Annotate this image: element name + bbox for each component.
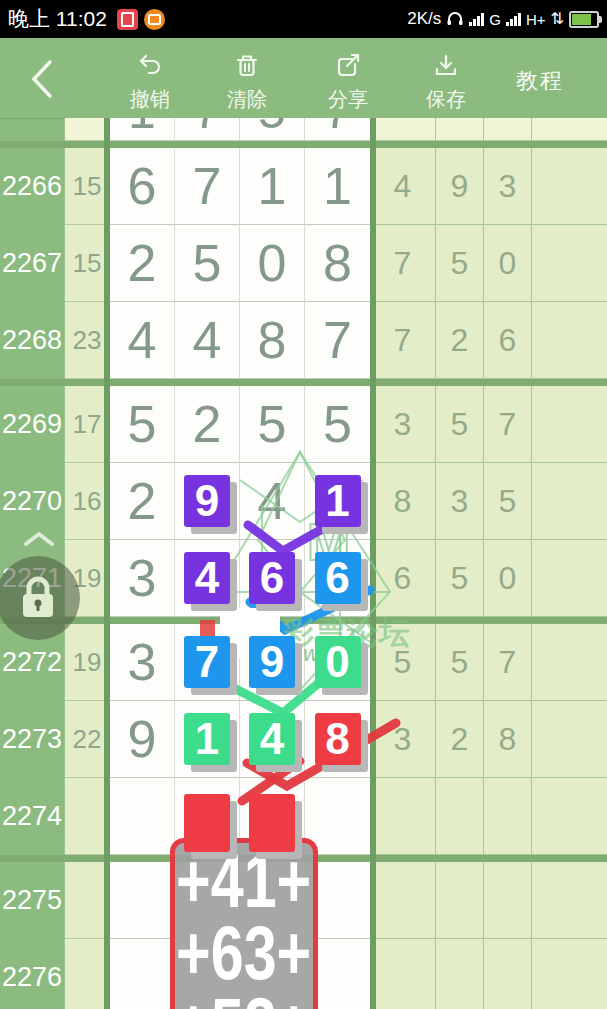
- marked-digit-square: 6: [315, 552, 361, 604]
- aux-digit-cell[interactable]: [370, 862, 436, 939]
- digit-block-left-border: [104, 118, 110, 1009]
- trash-icon: [209, 50, 285, 82]
- aux-digit-cell[interactable]: 8: [484, 701, 532, 778]
- share-label: 分享: [310, 86, 386, 113]
- digit-cell[interactable]: 1: [240, 148, 305, 225]
- lock-icon: [0, 556, 80, 640]
- aux-digit-cell-partial: [532, 540, 607, 617]
- digit-cell[interactable]: 4: [110, 302, 175, 379]
- lock-button[interactable]: [0, 556, 80, 640]
- row-label: 2274: [0, 778, 65, 855]
- aux-digit-cell-partial: [532, 302, 607, 379]
- digit-cell[interactable]: 2: [110, 463, 175, 540]
- digit-cell[interactable]: 4: [240, 701, 305, 778]
- digit-cell[interactable]: 4: [175, 302, 240, 379]
- aux-digit-cell[interactable]: 5: [370, 624, 436, 701]
- aux-digit-cell[interactable]: [436, 939, 484, 1009]
- aux-digit-cell[interactable]: 7: [484, 624, 532, 701]
- marked-digit-square: 0: [315, 636, 361, 688]
- marked-digit-square: 9: [249, 636, 295, 688]
- aux-digit-cell[interactable]: [370, 778, 436, 855]
- aux-digit-cell[interactable]: [484, 118, 532, 141]
- aux-digit-cell[interactable]: [484, 939, 532, 1009]
- notification-app-icon-red: [117, 9, 138, 30]
- prediction-note-box: +41+ +63+ +52+: [170, 838, 318, 1009]
- aux-digit-cell[interactable]: 5: [436, 624, 484, 701]
- row-label: 2267: [0, 225, 65, 302]
- marked-digit-square: 4: [249, 713, 295, 765]
- marked-digit-square: 1: [184, 713, 230, 765]
- aux-digit-cell[interactable]: [436, 118, 484, 141]
- status-bar: 晚上 11:02 2K/s G H+ ⇅: [0, 0, 607, 38]
- marked-digit-square: 8: [315, 713, 361, 765]
- aux-digit-cell[interactable]: 9: [436, 148, 484, 225]
- battery-icon: [569, 11, 599, 28]
- aux-digit-cell[interactable]: [484, 778, 532, 855]
- aux-digit-cell[interactable]: 7: [370, 225, 436, 302]
- aux-digit-cell[interactable]: [484, 862, 532, 939]
- aux-digit-cell-partial: [532, 463, 607, 540]
- clock: 晚上 11:02: [8, 5, 107, 33]
- digit-cell[interactable]: 1: [305, 148, 370, 225]
- undo-icon: [112, 50, 188, 82]
- digit-cell[interactable]: 7: [305, 118, 370, 141]
- digit-cell[interactable]: 2: [175, 386, 240, 463]
- signal-bars2-icon: [506, 13, 521, 26]
- network-type-g: G: [489, 11, 501, 28]
- marked-digit-square: 6: [249, 552, 295, 604]
- undo-button[interactable]: 撤销: [112, 50, 188, 113]
- aux-digit-cell[interactable]: 8: [370, 463, 436, 540]
- app-screen: 晚上 11:02 2K/s G H+ ⇅: [0, 0, 607, 1009]
- aux-digit-cell-partial: [532, 624, 607, 701]
- aux-digit-cell-partial: [532, 118, 607, 141]
- digit-cell[interactable]: 6: [305, 540, 370, 617]
- aux-digit-cell[interactable]: 2: [436, 302, 484, 379]
- aux-digit-cell[interactable]: 3: [484, 148, 532, 225]
- digit-cell[interactable]: 7: [175, 118, 240, 141]
- notification-app-icon-orange: [144, 9, 165, 30]
- aux-digit-cell[interactable]: 3: [370, 701, 436, 778]
- aux-digit-cell[interactable]: 5: [436, 540, 484, 617]
- group-separator: [0, 379, 607, 386]
- digit-cell[interactable]: 0: [305, 624, 370, 701]
- digit-cell[interactable]: 0: [240, 225, 305, 302]
- aux-digit-cell-partial: [532, 778, 607, 855]
- group-separator: [0, 141, 607, 148]
- digit-cell[interactable]: [110, 939, 175, 1009]
- digit-cell[interactable]: 5: [240, 118, 305, 141]
- digit-cell[interactable]: 8: [305, 225, 370, 302]
- marked-digit-square: 1: [315, 475, 361, 527]
- network-speed: 2K/s: [407, 9, 441, 29]
- marked-digit-square: 9: [184, 475, 230, 527]
- aux-digit-cell[interactable]: 0: [484, 540, 532, 617]
- toolbar: 撤销 清除 分享: [0, 38, 607, 119]
- aux-digit-cell[interactable]: 7: [370, 302, 436, 379]
- collapse-chevron-icon[interactable]: [20, 528, 58, 550]
- share-button[interactable]: 分享: [310, 50, 386, 113]
- aux-digit-cell[interactable]: [436, 862, 484, 939]
- share-icon: [310, 50, 386, 82]
- digit-cell[interactable]: 6: [110, 148, 175, 225]
- aux-digit-cell[interactable]: 6: [370, 540, 436, 617]
- aux-digit-cell-partial: [532, 939, 607, 1009]
- save-label: 保存: [408, 86, 484, 113]
- aux-digit-cell[interactable]: 6: [484, 302, 532, 379]
- aux-digit-cell[interactable]: [436, 778, 484, 855]
- digit-cell[interactable]: 7: [175, 148, 240, 225]
- marked-empty-square: [249, 794, 295, 852]
- aux-digit-cell-partial: [532, 701, 607, 778]
- marked-digit-square: 4: [184, 552, 230, 604]
- row-label: 2275: [0, 862, 65, 939]
- aux-digit-cell[interactable]: 7: [484, 386, 532, 463]
- headset-icon: [446, 11, 464, 27]
- data-arrows-icon: ⇅: [551, 11, 564, 27]
- aux-digit-cell[interactable]: 4: [370, 148, 436, 225]
- digit-cell[interactable]: 2: [110, 225, 175, 302]
- digit-cell[interactable]: [110, 778, 175, 855]
- digit-cell[interactable]: 5: [240, 386, 305, 463]
- aux-digit-cell[interactable]: 0: [484, 225, 532, 302]
- save-button[interactable]: 保存: [408, 50, 484, 113]
- aux-digit-cell-partial: [532, 386, 607, 463]
- aux-digit-cell-partial: [532, 148, 607, 225]
- digit-cell[interactable]: 9: [175, 463, 240, 540]
- table-row: 1757: [0, 118, 607, 141]
- download-icon: [408, 50, 484, 82]
- table-row: 2267152508750: [0, 225, 607, 302]
- marked-empty-square: [184, 794, 230, 852]
- digit-cell[interactable]: 5: [110, 386, 175, 463]
- digit-cell[interactable]: 5: [305, 386, 370, 463]
- tutorial-button[interactable]: 教程: [516, 66, 586, 96]
- row-label: 2268: [0, 302, 65, 379]
- note-line-2: +63+: [176, 917, 311, 989]
- aux-digit-cell[interactable]: 5: [484, 463, 532, 540]
- network-type-hplus: H+: [526, 11, 546, 28]
- table-row: 2270162941835: [0, 463, 607, 540]
- digit-cell[interactable]: [110, 862, 175, 939]
- digit-cell[interactable]: 8: [240, 302, 305, 379]
- marked-digit-square: 7: [184, 636, 230, 688]
- note-line-3: +52+: [176, 989, 311, 1009]
- digit-cell[interactable]: 1: [110, 118, 175, 141]
- aux-digit-cell[interactable]: [370, 939, 436, 1009]
- aux-digit-cell[interactable]: [370, 118, 436, 141]
- clear-label: 清除: [209, 86, 285, 113]
- aux-digit-cell[interactable]: 5: [436, 386, 484, 463]
- signal-bars-icon: [469, 13, 484, 26]
- row-label: 2269: [0, 386, 65, 463]
- row-label: 2273: [0, 701, 65, 778]
- table-row: 2268234487726: [0, 302, 607, 379]
- row-label: 2276: [0, 939, 65, 1009]
- aux-digit-cell[interactable]: 3: [436, 463, 484, 540]
- aux-digit-cell-partial: [532, 862, 607, 939]
- table-row: 2273229148328: [0, 701, 607, 778]
- row-label: 2266: [0, 148, 65, 225]
- table-row: 2271193466650: [0, 540, 607, 617]
- digit-cell[interactable]: 3: [110, 540, 175, 617]
- digit-cell[interactable]: 8: [305, 701, 370, 778]
- aux-digit-cell[interactable]: 5: [436, 225, 484, 302]
- digit-cell[interactable]: 1: [305, 463, 370, 540]
- digit-cell[interactable]: 4: [240, 463, 305, 540]
- digit-cell[interactable]: 5: [175, 225, 240, 302]
- aux-digit-cell-partial: [532, 225, 607, 302]
- digit-cell[interactable]: 9: [110, 701, 175, 778]
- digit-cell[interactable]: 6: [240, 540, 305, 617]
- aux-digit-cell[interactable]: 3: [370, 386, 436, 463]
- digit-block-right-border: [370, 118, 376, 1009]
- aux-digit-cell[interactable]: 2: [436, 701, 484, 778]
- back-button[interactable]: [22, 56, 66, 102]
- table-row: 2266156711493: [0, 148, 607, 225]
- digit-cell[interactable]: 3: [110, 624, 175, 701]
- note-line-1: +41+: [176, 845, 311, 917]
- digit-cell[interactable]: 4: [175, 540, 240, 617]
- digit-cell[interactable]: 1: [175, 701, 240, 778]
- table-row: 2269175255357: [0, 386, 607, 463]
- digit-cell[interactable]: 7: [305, 302, 370, 379]
- clear-button[interactable]: 清除: [209, 50, 285, 113]
- table-row: 2272193790557: [0, 624, 607, 701]
- row-label: [0, 118, 65, 141]
- digit-cell[interactable]: 9: [240, 624, 305, 701]
- undo-label: 撤销: [112, 86, 188, 113]
- group-separator: [0, 617, 607, 624]
